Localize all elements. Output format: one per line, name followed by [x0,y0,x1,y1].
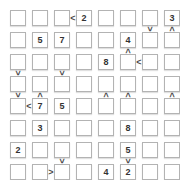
given-digit: 8 [125,124,130,133]
cell-r7c7[interactable] [142,142,158,158]
inequality-sign-v: < [37,87,43,103]
cell-r7c1: 2 [10,142,26,158]
cell-r8c1[interactable] [10,164,26,180]
cell-r7c5[interactable] [98,142,114,158]
inequality-sign-v: < [125,43,131,59]
cell-r4c4[interactable] [76,76,92,92]
cell-r3c7[interactable] [142,54,158,70]
given-digit: 5 [59,102,64,111]
given-digit: 4 [103,168,108,177]
cell-r2c5[interactable] [98,32,114,48]
cell-r6c8[interactable] [164,120,180,136]
cell-r7c8[interactable] [164,142,180,158]
cell-r1c5[interactable] [98,10,114,26]
inequality-sign-h: > [48,164,54,180]
futoshiki-grid: 23574875382542<<<>><<>>><<<<>> [10,10,180,180]
inequality-sign-v: < [125,87,131,103]
inequality-sign-h: < [26,98,32,114]
cell-r2c1[interactable] [10,32,26,48]
cell-r8c5: 4 [98,164,114,180]
cell-r8c8[interactable] [164,164,180,180]
cell-r5c4[interactable] [76,98,92,114]
cell-r3c2[interactable] [32,54,48,70]
cell-r1c3[interactable] [54,10,70,26]
cell-r6c7[interactable] [142,120,158,136]
given-digit: 2 [15,146,20,155]
inequality-sign-v: > [59,65,65,81]
cell-r4c7[interactable] [142,76,158,92]
cell-r2c4[interactable] [76,32,92,48]
given-digit: 2 [81,14,86,23]
cell-r3c5: 8 [98,54,114,70]
cell-r2c2: 5 [32,32,48,48]
cell-r7c2[interactable] [32,142,48,158]
cell-r3c8[interactable] [164,54,180,70]
cell-r2c3: 7 [54,32,70,48]
inequality-sign-v: < [103,87,109,103]
given-digit: 7 [59,36,64,45]
cell-r8c7[interactable] [142,164,158,180]
inequality-sign-v: < [169,87,175,103]
inequality-sign-v: > [147,21,153,37]
given-digit: 3 [37,124,42,133]
cell-r6c6: 8 [120,120,136,136]
inequality-sign-h: < [70,10,76,26]
inequality-sign-v: > [59,153,65,169]
cell-r6c4[interactable] [76,120,92,136]
inequality-sign-v: > [125,153,131,169]
cell-r1c4: 2 [76,10,92,26]
futoshiki-board: 23574875382542<<<>><<>>><<<<>> [0,0,180,180]
inequality-sign-v: < [169,21,175,37]
cell-r1c6[interactable] [120,10,136,26]
cell-r6c1[interactable] [10,120,26,136]
cell-r5c3: 5 [54,98,70,114]
given-digit: 8 [103,58,108,67]
cell-r3c4[interactable] [76,54,92,70]
cell-r6c2: 3 [32,120,48,136]
cell-r7c4[interactable] [76,142,92,158]
cell-r6c5[interactable] [98,120,114,136]
cell-r6c3[interactable] [54,120,70,136]
cell-r5c7[interactable] [142,98,158,114]
cell-r8c4[interactable] [76,164,92,180]
cell-r8c2[interactable] [32,164,48,180]
inequality-sign-h: < [136,54,142,70]
cell-r1c2[interactable] [32,10,48,26]
inequality-sign-v: > [15,65,21,81]
given-digit: 5 [37,36,42,45]
cell-r1c1[interactable] [10,10,26,26]
inequality-sign-v: > [15,87,21,103]
